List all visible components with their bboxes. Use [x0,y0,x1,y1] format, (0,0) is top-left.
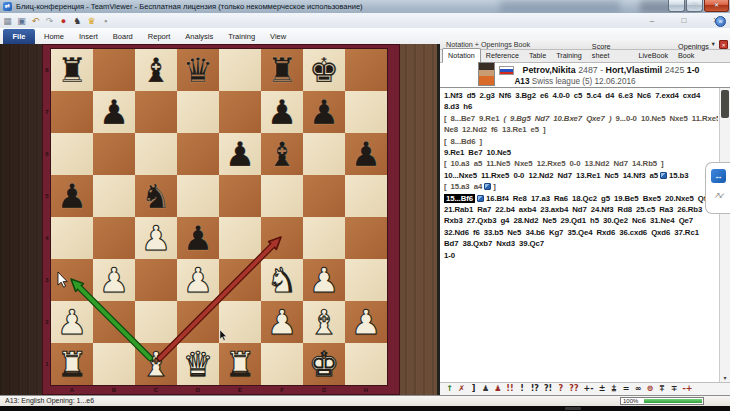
eval-symbol-2[interactable]: ] [470,383,477,395]
square-a7[interactable] [51,91,93,133]
white-pawn[interactable]: ♟ [261,301,303,343]
file-label-h: H [345,385,387,395]
moves[interactable]: 16.Bf4 Re8 17.a3 Ra6 18.Qc2 g5 19.Be5 Bx… [486,194,711,203]
square-h5[interactable] [345,175,387,217]
white-pawn[interactable]: ♟ [345,301,387,343]
notation-line[interactable]: 9.Re1 Be7 10.Ne5 [444,147,718,158]
white-bishop[interactable]: ♝ [135,343,177,385]
record-icon[interactable]: ● [58,15,69,27]
eval-symbol-10[interactable]: ?? [569,383,578,395]
black-queen[interactable]: ♛ [177,49,219,91]
white-knight[interactable]: ♞ [261,259,303,301]
eval-symbol-13[interactable]: ⩲ [611,383,618,395]
menu-board[interactable]: Board [113,32,133,41]
notation-scrollbar[interactable]: ▾ [719,88,730,382]
menu-report[interactable]: Report [148,32,171,41]
eco-code: A13 [514,77,529,86]
menu-view[interactable]: View [270,32,286,41]
square-c7[interactable] [135,91,177,133]
notation-line[interactable]: 8.d3 h6 [444,101,718,112]
menu-home[interactable]: Home [44,32,64,41]
file-label-d: D [177,385,219,395]
taskbar-strip [0,406,730,411]
annotation-marker-icon [660,172,667,179]
black-pawn[interactable]: ♟ [261,91,303,133]
square-e3[interactable] [219,259,261,301]
square-h4[interactable] [345,217,387,259]
square-b7[interactable]: ♟ [93,91,135,133]
connection-quality-value: 100% [623,398,638,405]
moves[interactable]: [ 10.a3 a5 11.Ne5 Nxe5 12.Rxe5 0-0 13.Nd… [444,159,664,168]
notation-line[interactable]: 21.Rab1 Ra7 22.b4 axb4 23.axb4 Nd7 24.Nf… [444,204,718,215]
undo-icon[interactable]: ↶ [30,15,41,27]
moves[interactable]: [ 8...Be7 9.Re1 [444,114,503,123]
black-player: Hort,Vlastimil [606,65,663,75]
square-c3[interactable] [135,259,177,301]
rank-label-7: 7 [43,91,51,133]
online-help-icon[interactable]: w [715,16,726,27]
square-a3[interactable] [51,259,93,301]
square-g3[interactable]: ♟ [303,259,345,301]
square-d1[interactable]: ♛ [177,343,219,385]
annotation-marker-icon [477,195,484,202]
eval-symbol-18[interactable]: ∓ [671,383,678,395]
square-d7[interactable] [177,91,219,133]
moves[interactable]: [ 8...Bd6 ] [444,137,482,146]
square-e6[interactable]: ♟ [219,133,261,175]
black-king[interactable]: ♚ [303,49,345,91]
square-b6[interactable] [93,133,135,175]
square-e7[interactable] [219,91,261,133]
square-b5[interactable] [93,175,135,217]
rank-label-1: 1 [43,343,51,385]
eval-symbol-0[interactable]: ↑ [446,383,453,395]
eval-symbol-12[interactable]: ± [599,383,606,395]
black-elo: 2425 [665,65,685,75]
square-a8[interactable]: ♜ [51,49,93,91]
square-b2[interactable] [93,301,135,343]
notation-line[interactable]: 10...Nxe5 11.Rxe5 0-0 12.Nd2 Nd7 13.Re1 … [444,170,718,181]
tab-training[interactable]: Training [551,49,587,62]
notation-line[interactable]: Ne8 12.Nd2 f6 13.Re1 e5 ] [444,124,718,135]
square-a6[interactable] [51,133,93,175]
notation-line[interactable]: [ 8...Be7 9.Re1 ( 9.Bg5 Nd7 10.Bxe7 Qxe7… [444,113,718,124]
menu-analysis[interactable]: Analysis [185,32,213,41]
square-c8[interactable]: ♝ [135,49,177,91]
notation-line[interactable]: 1-0 [444,250,718,261]
tab-notation[interactable]: Notation [442,48,481,63]
screen: { "window": { "title": "Блиц-конференция… [0,0,730,411]
eval-symbol-3[interactable]: ♟ [482,383,489,395]
square-e2[interactable] [219,301,261,343]
moves[interactable]: ] [493,182,496,191]
notation-panel: Notation + Openings Book ▼ ✕ NotationRef… [440,38,730,395]
menu-insert[interactable]: Insert [79,32,98,41]
file-label-c: C [135,385,177,395]
rank-label-3: 3 [43,259,51,301]
black-pawn[interactable]: ♟ [219,133,261,175]
eval-symbol-19[interactable]: -+ [683,383,693,395]
square-e1[interactable]: ♜ [219,343,261,385]
square-b8[interactable] [93,49,135,91]
square-c6[interactable] [135,133,177,175]
notation-moves: 1.Nf3 d5 2.g3 Nf6 3.Bg2 e6 4.0-0 c5 5.c4… [440,88,718,382]
moves[interactable]: ( 9.Bg5 Nd7 10.Bxe7 Qxe7 ) [503,114,611,123]
square-g8[interactable]: ♚ [303,49,345,91]
eval-symbol-9[interactable]: ? [557,383,564,395]
notation-line[interactable]: [ 8...Bd6 ] [444,136,718,147]
pin-icon[interactable]: ▪ [100,15,111,27]
square-f7[interactable]: ♟ [261,91,303,133]
white-king[interactable]: ♚ [303,343,345,385]
square-b4[interactable] [93,217,135,259]
aero-blur [500,0,620,13]
teamviewer-logo-icon[interactable]: ↔ [711,169,726,183]
square-a4[interactable] [51,217,93,259]
taskbar-item [565,407,581,410]
square-h8[interactable] [345,49,387,91]
square-a5[interactable]: ♟ [51,175,93,217]
square-e4[interactable] [219,217,261,259]
square-g2[interactable]: ♝ [303,301,345,343]
tab-score-sheet[interactable]: Score sheet [587,40,634,62]
moves[interactable]: 9...0-0 10.Ne5 Nxe5 11.Rxe5 [611,114,718,123]
notation-line[interactable]: 1.Nf3 d5 2.g3 Nf6 3.Bg2 e6 4.0-0 c5 5.c4… [444,90,718,101]
rank-label-2: 2 [43,301,51,343]
black-pawn[interactable]: ♟ [303,91,345,133]
moves[interactable]: 10...Nxe5 11.Rxe5 0-0 12.Nd2 Nd7 13.Re1 … [444,171,658,180]
square-f6[interactable]: ♝ [261,133,303,175]
eval-symbol-8[interactable]: ?! [544,383,552,395]
trophy-icon[interactable]: ♛ [86,15,97,27]
scrollbar-down-icon[interactable]: ▾ [720,374,730,381]
maximize-button[interactable]: ▢ [686,0,703,12]
file-label-a: A [51,385,93,395]
moves[interactable]: 15.b3 [669,171,688,180]
white-rook[interactable]: ♜ [51,343,93,385]
teamviewer-side-widget[interactable]: ↔ ↗↙ [705,162,730,214]
tab-table[interactable]: Table [524,49,551,62]
notation-line[interactable]: 15...Bf616.Bf4 Re8 17.a3 Ra6 18.Qc2 g5 1… [444,193,718,204]
square-d3[interactable]: ♟ [177,259,219,301]
collapse-arrows-icon[interactable]: ↗↙ [711,189,726,203]
notation-line[interactable]: [ 15.a3 a4] [444,181,718,192]
notation-line[interactable]: Rxb3 27.Qxb3 g4 28.Nd2 Ne5 29.Qd1 h5 30.… [444,215,718,226]
eval-symbol-5[interactable]: !! [506,383,513,395]
white-pawn[interactable]: ♟ [177,259,219,301]
square-g7[interactable]: ♟ [303,91,345,133]
file-labels: ABCDEFGH [51,385,387,395]
connection-quality-bar [644,399,702,403]
white-rook[interactable]: ♜ [219,343,261,385]
black-pawn[interactable]: ♟ [93,91,135,133]
tab-reference[interactable]: Reference [481,49,524,62]
square-f8[interactable]: ♜ [261,49,303,91]
square-e5[interactable] [219,175,261,217]
notation-line[interactable]: Bd7 38.Qxb7 Nxd3 39.Qc7 [444,238,718,249]
square-f4[interactable] [261,217,303,259]
square-g4[interactable] [303,217,345,259]
moves[interactable]: 21.Rab1 Ra7 22.b4 axb4 23.axb4 Nd7 24.Nf… [444,205,702,214]
square-a1[interactable]: ♜ [51,343,93,385]
eval-symbol-1[interactable]: ✗ [458,383,465,395]
app-minimize-button[interactable]: – [644,15,660,26]
white-pawn[interactable]: ♟ [51,301,93,343]
notation-line[interactable]: [ 10.a3 a5 11.Ne5 Nxe5 12.Rxe5 0-0 13.Nd… [444,158,718,169]
event: Swiss league (5) 12.06.2016 [532,77,636,86]
connection-quality-indicator: 100% [620,397,704,405]
rank-label-4: 4 [43,217,51,259]
titlebar: ⇄ Блиц-конференция - TeamViewer - Беспла… [0,0,730,14]
square-h2[interactable]: ♟ [345,301,387,343]
square-h7[interactable] [345,91,387,133]
square-b3[interactable]: ♟ [93,259,135,301]
square-g6[interactable] [303,133,345,175]
square-g1[interactable]: ♚ [303,343,345,385]
black-knight[interactable]: ♞ [135,175,177,217]
black-pawn[interactable]: ♟ [51,175,93,217]
eval-symbol-17[interactable]: ⩱ [659,383,666,395]
square-h1[interactable] [345,343,387,385]
moves[interactable]: 32.Nd6 f6 33.b5 Ne5 34.b6 Kg7 35.Qe4 Rxd… [444,228,699,237]
scrollbar-thumb[interactable] [721,90,729,118]
event-line: A13 Swiss league (5) 12.06.2016 [440,77,710,86]
board-frame: 87654321 ♜♝♛♜♚♟♟♟♟♝♟♟♞♟♟♟♟♞♟♟♟♝♟♜♝♛♜♚ AB… [42,44,400,395]
annotation-toolbar: ↑✗]♟♟!!!!??!???+-±⩲=∞⊜⩱∓-+ [440,382,730,395]
square-f5[interactable] [261,175,303,217]
eval-symbol-14[interactable]: = [623,383,630,395]
game-header: Petrov,Nikita 2487 - Hort,Vlastimil 2425… [440,63,730,88]
minimize-button[interactable]: – [668,0,685,12]
eval-symbol-15[interactable]: ∞ [635,383,642,395]
square-b1[interactable] [93,343,135,385]
result: 1-0 [687,65,700,75]
white-pawn[interactable]: ♟ [303,259,345,301]
moves[interactable]: 8.d3 h6 [444,102,472,111]
moves[interactable]: Ne8 12.Nd2 f6 13.Re1 e5 ] [444,125,546,134]
new-board-icon[interactable]: ▦ [2,15,13,27]
quick-access-toolbar: ▦▣↶↷●♞♛▪ [2,14,111,27]
knight-icon[interactable]: ♞ [72,15,83,27]
square-d5[interactable] [177,175,219,217]
close-button[interactable]: ✕ [704,0,729,12]
square-d8[interactable]: ♛ [177,49,219,91]
board-pane: 87654321 ♜♝♛♜♚♟♟♟♟♝♟♟♞♟♟♟♟♞♟♟♟♝♟♜♝♛♜♚ AB… [0,44,437,395]
annotation-marker-icon [484,183,491,190]
statusbar: A13: English Opening: 1...e6 100% [0,395,730,406]
players-line: Petrov,Nikita 2487 - Hort,Vlastimil 2425… [512,65,710,75]
file-label-e: E [219,385,261,395]
current-move[interactable]: 15...Bf6 [444,194,475,203]
moves[interactable]: Bd7 38.Qxb7 Nxd3 39.Qc7 [444,239,544,248]
rank-label-6: 6 [43,133,51,175]
square-h3[interactable] [345,259,387,301]
moves[interactable]: 1.Nf3 d5 2.g3 Nf6 3.Bg2 e6 4.0-0 c5 5.c4… [444,91,700,100]
eval-symbol-11[interactable]: +- [584,383,594,395]
eval-symbol-4[interactable]: ♟ [494,383,501,395]
file-label-f: F [261,385,303,395]
square-a2[interactable]: ♟ [51,301,93,343]
square-c5[interactable]: ♞ [135,175,177,217]
opening-status: A13: English Opening: 1...e6 [5,397,94,404]
redo-icon[interactable]: ↷ [44,15,55,27]
menu-training[interactable]: Training [228,32,255,41]
square-c2[interactable] [135,301,177,343]
white-bishop[interactable]: ♝ [303,301,345,343]
black-bishop[interactable]: ♝ [261,133,303,175]
moves[interactable]: 1-0 [444,251,455,260]
square-c4[interactable]: ♟ [135,217,177,259]
moves[interactable]: Rxb3 27.Qxb3 g4 28.Nd2 Ne5 29.Qd1 h5 30.… [444,216,693,225]
square-f3[interactable]: ♞ [261,259,303,301]
white-queen[interactable]: ♛ [177,343,219,385]
app-maximize-button[interactable]: □ [676,15,692,26]
square-f1[interactable] [261,343,303,385]
white-elo: 2487 [578,65,598,75]
rank-label-8: 8 [43,49,51,91]
menu-items: HomeInsertBoardReportAnalysisTrainingVie… [44,28,286,44]
separator: - [600,65,603,75]
black-rook[interactable]: ♜ [51,49,93,91]
rank-label-5: 5 [43,175,51,217]
square-h6[interactable]: ♟ [345,133,387,175]
square-g5[interactable] [303,175,345,217]
black-rook[interactable]: ♜ [261,49,303,91]
square-d2[interactable] [177,301,219,343]
black-pawn[interactable]: ♟ [177,217,219,259]
moves[interactable]: [ 15.a3 a4 [444,182,482,191]
menu-file[interactable]: File [3,29,35,44]
square-f2[interactable]: ♟ [261,301,303,343]
square-c1[interactable]: ♝ [135,343,177,385]
eval-symbol-16[interactable]: ⊜ [647,383,654,395]
file-label-b: B [93,385,135,395]
moves[interactable]: 9.Re1 Be7 10.Ne5 [444,148,511,157]
app-chrome-row: ▦▣↶↷●♞♛▪ – □ ✕ [0,13,730,29]
square-d6[interactable] [177,133,219,175]
file-label-g: G [303,385,345,395]
teamviewer-app-icon: ⇄ [3,2,12,11]
tab-livebook[interactable]: LiveBook [633,49,673,62]
window-title: Блиц-конференция - TeamViewer - Бесплатн… [16,2,363,11]
chess-board[interactable]: ♜♝♛♜♚♟♟♟♟♝♟♟♞♟♟♟♟♞♟♟♟♝♟♜♝♛♜♚ [51,49,387,385]
black-bishop[interactable]: ♝ [135,49,177,91]
eval-symbol-6[interactable]: ! [519,383,526,395]
save-icon[interactable]: ▣ [16,15,27,27]
rank-labels: 87654321 [43,49,51,385]
tab-openings-book[interactable]: Openings Book [673,40,730,62]
black-pawn[interactable]: ♟ [345,133,387,175]
white-pawn[interactable]: ♟ [135,217,177,259]
white-pawn[interactable]: ♟ [93,259,135,301]
notation-line[interactable]: 32.Nd6 f6 33.b5 Ne5 34.b6 Kg7 35.Qe4 Rxd… [444,227,718,238]
square-d4[interactable]: ♟ [177,217,219,259]
white-player: Petrov,Nikita [523,65,576,75]
square-e8[interactable] [219,49,261,91]
eval-symbol-7[interactable]: !? [531,383,539,395]
